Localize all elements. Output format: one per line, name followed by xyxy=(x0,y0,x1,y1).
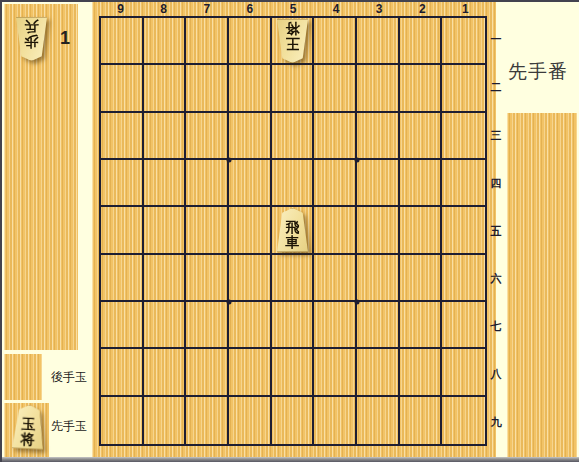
board-cell[interactable] xyxy=(101,397,144,444)
board-cell[interactable] xyxy=(229,302,272,349)
file-label: 8 xyxy=(142,2,185,16)
board-cell[interactable] xyxy=(442,160,485,207)
gote-pawn-count: 1 xyxy=(60,28,70,49)
file-label: 3 xyxy=(358,2,401,16)
board-cell[interactable] xyxy=(144,255,187,302)
board-cell[interactable] xyxy=(229,255,272,302)
board-cell[interactable] xyxy=(144,302,187,349)
turn-indicator: 先手番 xyxy=(508,59,568,85)
board-cell[interactable] xyxy=(186,18,229,65)
gote-king-tray[interactable] xyxy=(4,354,42,400)
board-cell[interactable] xyxy=(272,160,315,207)
board-cell[interactable] xyxy=(272,113,315,160)
board-cell[interactable] xyxy=(272,349,315,396)
board-cell[interactable] xyxy=(101,65,144,112)
koma-gote-pawn-in-hand[interactable]: 歩兵 xyxy=(15,17,48,61)
koma-kanji: 王将 xyxy=(285,21,300,51)
board-cell[interactable] xyxy=(144,207,187,254)
board-cell[interactable] xyxy=(357,207,400,254)
board-cell[interactable] xyxy=(229,18,272,65)
koma-kanji: 歩兵 xyxy=(24,19,39,49)
board-cell[interactable] xyxy=(229,207,272,254)
rank-label: 一 xyxy=(488,16,504,64)
board-cell[interactable] xyxy=(272,302,315,349)
rank-label: 七 xyxy=(488,303,504,351)
koma-face: 歩兵 xyxy=(15,17,48,61)
board-cell[interactable] xyxy=(101,302,144,349)
rank-label: 九 xyxy=(488,398,504,446)
board-cell[interactable] xyxy=(186,207,229,254)
board-cell[interactable] xyxy=(186,255,229,302)
hoshi-dot xyxy=(355,300,360,305)
board-cell[interactable] xyxy=(357,349,400,396)
file-label: 7 xyxy=(185,2,228,16)
board-cell[interactable] xyxy=(400,113,443,160)
board-cell[interactable] xyxy=(400,207,443,254)
board-cell[interactable] xyxy=(442,113,485,160)
rank-label: 四 xyxy=(488,159,504,207)
board-cell[interactable] xyxy=(357,397,400,444)
board-block: 987654321 王将飛車 一二三四五六七八九 xyxy=(92,2,496,458)
rank-label: 八 xyxy=(488,350,504,398)
board-cell[interactable] xyxy=(400,160,443,207)
board-cell[interactable] xyxy=(144,18,187,65)
board-cell[interactable] xyxy=(101,349,144,396)
board-cell[interactable] xyxy=(314,349,357,396)
board-cell[interactable] xyxy=(186,349,229,396)
board-cell[interactable] xyxy=(400,255,443,302)
rank-label: 二 xyxy=(488,64,504,112)
file-label: 6 xyxy=(228,2,271,16)
gote-hand-stand[interactable]: 歩兵 1 xyxy=(4,4,78,350)
rank-labels: 一二三四五六七八九 xyxy=(488,16,504,446)
hoshi-dot xyxy=(226,157,231,162)
board-cell[interactable] xyxy=(186,113,229,160)
shogi-board-editor: 歩兵 1 987654321 王将飛車 一二三四五六七八九 先手番 後手玉 玉将… xyxy=(0,0,579,462)
file-labels: 987654321 xyxy=(99,2,487,16)
board-cell[interactable] xyxy=(229,397,272,444)
board-cell[interactable] xyxy=(442,397,485,444)
board-cell[interactable] xyxy=(357,255,400,302)
board-cell[interactable] xyxy=(442,18,485,65)
board-cell[interactable] xyxy=(357,113,400,160)
gote-king-tray-label: 後手玉 xyxy=(51,369,87,386)
board-cell[interactable] xyxy=(442,302,485,349)
board-cell[interactable] xyxy=(442,65,485,112)
board-cell[interactable] xyxy=(357,18,400,65)
board-cell[interactable] xyxy=(400,18,443,65)
board-cell[interactable] xyxy=(400,349,443,396)
board-grid: 王将飛車 xyxy=(99,16,487,446)
board-cell[interactable] xyxy=(314,160,357,207)
sente-hand-stand[interactable] xyxy=(507,113,577,459)
koma-face: 王将 xyxy=(276,19,309,63)
board-cell[interactable] xyxy=(314,397,357,444)
board-cell[interactable] xyxy=(229,113,272,160)
koma-sente-rook[interactable]: 飛車 xyxy=(276,208,309,252)
file-label: 4 xyxy=(315,2,358,16)
board-cell[interactable] xyxy=(229,349,272,396)
board-cell[interactable] xyxy=(186,160,229,207)
koma-kanji: 飛車 xyxy=(285,220,300,250)
board-cell[interactable] xyxy=(144,397,187,444)
file-label: 1 xyxy=(444,2,487,16)
board-cell[interactable] xyxy=(144,113,187,160)
board-cell[interactable] xyxy=(101,255,144,302)
koma-kanji: 玉将 xyxy=(20,417,37,448)
board-cell[interactable] xyxy=(101,160,144,207)
board-cell[interactable] xyxy=(186,397,229,444)
rank-label: 三 xyxy=(488,112,504,160)
board-cell[interactable] xyxy=(314,302,357,349)
board-cell[interactable] xyxy=(144,65,187,112)
board-cell[interactable] xyxy=(101,113,144,160)
board-cell[interactable]: 王将 xyxy=(272,18,315,65)
board-cell[interactable] xyxy=(442,349,485,396)
sente-king-tray-label: 先手玉 xyxy=(51,418,87,435)
board-cell[interactable] xyxy=(186,65,229,112)
rank-label: 六 xyxy=(488,255,504,303)
board-cell[interactable] xyxy=(314,18,357,65)
board-cell[interactable] xyxy=(144,160,187,207)
koma-gote-king[interactable]: 王将 xyxy=(276,19,309,63)
file-label: 5 xyxy=(271,2,314,16)
koma-face: 飛車 xyxy=(276,208,309,252)
rank-label: 五 xyxy=(488,207,504,255)
file-label: 9 xyxy=(99,2,142,16)
board-cell[interactable] xyxy=(101,18,144,65)
board-cell[interactable] xyxy=(400,302,443,349)
board-cell[interactable]: 飛車 xyxy=(272,207,315,254)
board-cell[interactable] xyxy=(442,255,485,302)
board-cell[interactable] xyxy=(400,397,443,444)
hoshi-dot xyxy=(355,157,360,162)
board-cell[interactable] xyxy=(357,65,400,112)
hoshi-dot xyxy=(226,300,231,305)
board-cell[interactable] xyxy=(314,113,357,160)
board-cell[interactable] xyxy=(357,302,400,349)
board-cell[interactable] xyxy=(272,397,315,444)
board-cell[interactable] xyxy=(314,65,357,112)
board-cell[interactable] xyxy=(101,207,144,254)
board-cell[interactable] xyxy=(186,302,229,349)
board-cell[interactable] xyxy=(272,65,315,112)
board-cell[interactable] xyxy=(314,255,357,302)
board-cell[interactable] xyxy=(400,65,443,112)
board-cell[interactable] xyxy=(229,160,272,207)
board-cell[interactable] xyxy=(272,255,315,302)
file-label: 2 xyxy=(401,2,444,16)
koma-sente-king-in-tray[interactable]: 玉将 xyxy=(11,404,46,450)
board-cell[interactable] xyxy=(357,160,400,207)
window-bottom-frame xyxy=(2,457,579,462)
board-cell[interactable] xyxy=(314,207,357,254)
koma-face: 玉将 xyxy=(11,404,46,450)
board-cell[interactable] xyxy=(229,65,272,112)
board-cell[interactable] xyxy=(442,207,485,254)
board-cell[interactable] xyxy=(144,349,187,396)
